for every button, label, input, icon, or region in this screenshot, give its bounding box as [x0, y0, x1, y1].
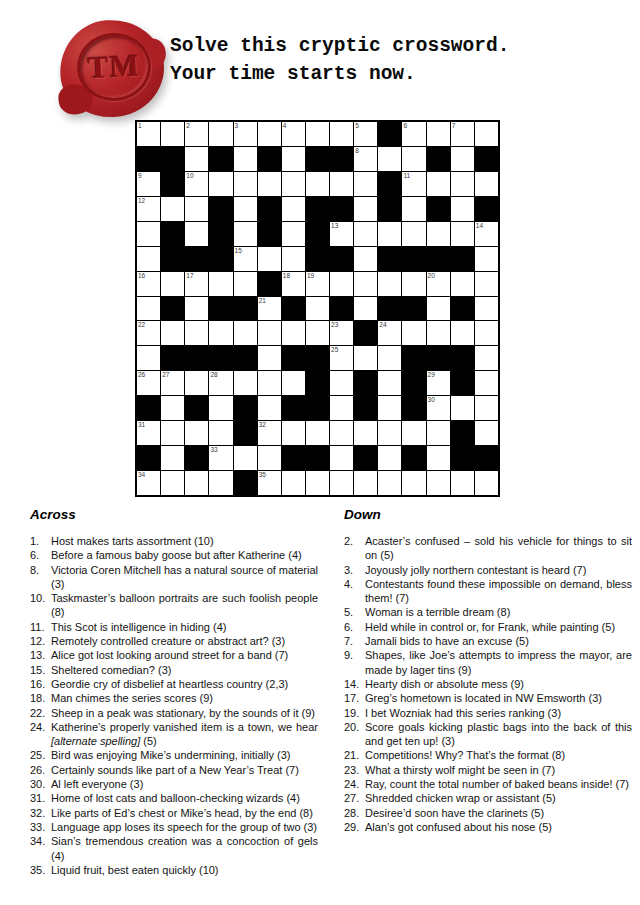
grid-cell-black: [306, 247, 329, 271]
grid-cell[interactable]: [282, 321, 305, 345]
grid-cell[interactable]: [330, 122, 353, 146]
clue-text: What a thirsty wolf might be seen in (7): [365, 763, 632, 777]
grid-cell[interactable]: [161, 272, 184, 296]
grid-cell[interactable]: [258, 122, 281, 146]
grid-cell-black: [451, 371, 474, 395]
grid-cell[interactable]: [354, 197, 377, 221]
grid-cell[interactable]: [234, 147, 257, 171]
clue-text: Host makes tarts assortment (10): [51, 534, 318, 548]
cell-number-label: 2: [186, 122, 190, 130]
clue-item: 15.Sheltered comedian? (3): [30, 663, 318, 677]
grid-cell[interactable]: [475, 371, 498, 395]
grid-cell-black: [258, 147, 281, 171]
clue-item: 19.I bet Wozniak had this series ranking…: [344, 706, 632, 720]
grid-cell[interactable]: 12: [137, 197, 160, 221]
grid-cell[interactable]: 22: [137, 321, 160, 345]
grid-cell[interactable]: [306, 471, 329, 495]
cell-number-label: 4: [283, 122, 287, 130]
grid-cell[interactable]: [258, 247, 281, 271]
grid-cell[interactable]: [185, 421, 208, 445]
grid-cell[interactable]: 6: [402, 122, 425, 146]
clue-text: Before a famous baby goose but after Kat…: [51, 548, 318, 562]
grid-cell-black: [234, 297, 257, 321]
clue-number: 28.: [344, 806, 365, 820]
clue-item: 10.Taskmaster’s balloon portraits are su…: [30, 591, 318, 620]
clue-text: Woman is a terrible dream (8): [365, 605, 632, 619]
clue-text: Acaster’s confused – sold his vehicle fo…: [365, 534, 632, 563]
grid-cell-black: [161, 247, 184, 271]
grid-cell[interactable]: 15: [234, 247, 257, 271]
grid-cell[interactable]: [475, 247, 498, 271]
grid-cell[interactable]: [330, 421, 353, 445]
grid-cell[interactable]: 18: [282, 272, 305, 296]
grid-cell[interactable]: [137, 346, 160, 370]
clue-item: 29.Alan’s got confused about his nose (5…: [344, 820, 632, 834]
clue-text: Language app loses its speech for the gr…: [51, 820, 318, 834]
grid-cell[interactable]: [354, 471, 377, 495]
grid-cell[interactable]: [209, 172, 232, 196]
grid-cell-black: [234, 346, 257, 370]
grid-cell[interactable]: [234, 197, 257, 221]
grid-cell[interactable]: [137, 247, 160, 271]
clue-item: 25.Bird was enjoying Mike’s undermining,…: [30, 748, 318, 762]
grid-cell[interactable]: [258, 321, 281, 345]
grid-cell[interactable]: 13: [330, 222, 353, 246]
grid-cell[interactable]: [378, 471, 401, 495]
grid-cell[interactable]: [185, 371, 208, 395]
grid-cell[interactable]: [137, 222, 160, 246]
grid-cell[interactable]: 17: [185, 272, 208, 296]
grid-cell[interactable]: [209, 421, 232, 445]
grid-cell[interactable]: [378, 396, 401, 420]
clue-text: Alan’s got confused about his nose (5): [365, 820, 632, 834]
grid-cell[interactable]: 31: [137, 421, 160, 445]
grid-cell-black: [185, 346, 208, 370]
grid-cell-black: [306, 446, 329, 470]
grid-cell-black: [161, 172, 184, 196]
clue-text: Hearty dish or absolute mess (9): [365, 677, 632, 691]
grid-cell[interactable]: [402, 272, 425, 296]
clue-item: 8.Victoria Coren Mitchell has a natural …: [30, 563, 318, 592]
cell-number-label: 33: [210, 446, 217, 454]
grid-cell-black: [354, 321, 377, 345]
clue-number: 19.: [344, 706, 365, 720]
grid-cell[interactable]: 29: [427, 371, 450, 395]
clue-text: Sian’s tremendous creation was a concoct…: [51, 834, 318, 863]
clue-number: 9.: [344, 648, 365, 677]
grid-cell-black: [427, 197, 450, 221]
grid-cell[interactable]: [402, 321, 425, 345]
down-heading: Down: [344, 507, 632, 522]
clue-item: 18.Man chimes the series scores (9): [30, 691, 318, 705]
grid-cell-black: [258, 197, 281, 221]
grid-cell[interactable]: [402, 421, 425, 445]
grid-cell[interactable]: [475, 321, 498, 345]
grid-cell-black: [306, 147, 329, 171]
grid-cell[interactable]: 9: [137, 172, 160, 196]
grid-cell[interactable]: [427, 222, 450, 246]
clue-item: 26.Certainly sounds like part of a New Y…: [30, 763, 318, 777]
cell-number-label: 16: [138, 272, 145, 280]
grid-cell[interactable]: [209, 471, 232, 495]
grid-cell[interactable]: [282, 197, 305, 221]
grid-cell-black: [282, 346, 305, 370]
page-title-line2: Your time starts now.: [170, 61, 509, 89]
grid-cell[interactable]: 33: [209, 446, 232, 470]
grid-cell[interactable]: [185, 297, 208, 321]
grid-cell[interactable]: [282, 371, 305, 395]
clue-number: 14.: [344, 677, 365, 691]
grid-cell[interactable]: [185, 197, 208, 221]
grid-cell-black: [258, 272, 281, 296]
grid-cell[interactable]: [354, 421, 377, 445]
clue-text: Held while in control or, for Frank, whi…: [365, 620, 632, 634]
grid-cell[interactable]: 35: [258, 471, 281, 495]
grid-cell[interactable]: [402, 197, 425, 221]
grid-cell-black: [475, 147, 498, 171]
clue-item: 14.Hearty dish or absolute mess (9): [344, 677, 632, 691]
cell-number-label: 10: [186, 172, 193, 180]
grid-cell[interactable]: 11: [402, 172, 425, 196]
grid-cell[interactable]: [185, 147, 208, 171]
grid-cell[interactable]: 10: [185, 172, 208, 196]
cell-number-label: 17: [186, 272, 193, 280]
grid-cell[interactable]: [282, 172, 305, 196]
grid-cell[interactable]: [427, 321, 450, 345]
clue-item: 21.Competitions! Why? That’s the format …: [344, 748, 632, 762]
grid-cell[interactable]: [451, 272, 474, 296]
grid-cell[interactable]: 16: [137, 272, 160, 296]
clue-item: 2.Acaster’s confused – sold his vehicle …: [344, 534, 632, 563]
grid-cell[interactable]: [330, 396, 353, 420]
grid-cell[interactable]: [161, 471, 184, 495]
grid-cell[interactable]: 24: [378, 321, 401, 345]
grid-cell-black: [378, 247, 401, 271]
clue-number: 5.: [344, 605, 365, 619]
grid-cell[interactable]: [378, 222, 401, 246]
clue-text: Taskmaster’s balloon portraits are such …: [51, 591, 318, 620]
grid-cell-black: [354, 371, 377, 395]
grid-cell[interactable]: [161, 446, 184, 470]
clue-number: 2.: [344, 534, 365, 563]
cell-number-label: 22: [138, 321, 145, 329]
grid-cell[interactable]: [354, 297, 377, 321]
grid-cell[interactable]: [185, 321, 208, 345]
grid-cell[interactable]: [378, 446, 401, 470]
grid-cell[interactable]: [282, 247, 305, 271]
grid-cell-black: [234, 421, 257, 445]
grid-cell[interactable]: 28: [209, 371, 232, 395]
grid-cell[interactable]: 23: [330, 321, 353, 345]
grid-cell-black: [451, 421, 474, 445]
cell-number-label: 31: [138, 421, 145, 429]
grid-cell[interactable]: [378, 421, 401, 445]
clue-number: 26.: [30, 763, 51, 777]
grid-cell-black: [451, 346, 474, 370]
page-title-line1: Solve this cryptic crossword.: [170, 33, 509, 61]
grid-cell[interactable]: 14: [475, 222, 498, 246]
grid-cell[interactable]: [475, 471, 498, 495]
across-clues-column: Across 1.Host makes tarts assortment (10…: [30, 507, 318, 877]
clue-text: Man chimes the series scores (9): [51, 691, 318, 705]
grid-cell[interactable]: [330, 172, 353, 196]
down-clue-list: 2.Acaster’s confused – sold his vehicle …: [344, 534, 632, 834]
grid-cell-black: [475, 197, 498, 221]
grid-cell[interactable]: [161, 321, 184, 345]
grid-cell-black: [306, 371, 329, 395]
grid-cell[interactable]: [185, 222, 208, 246]
grid-cell-black: [161, 147, 184, 171]
grid-cell[interactable]: [427, 122, 450, 146]
cell-number-label: 26: [138, 371, 145, 379]
clue-number: 25.: [30, 748, 51, 762]
grid-cell-black: [427, 247, 450, 271]
grid-cell[interactable]: 1: [137, 122, 160, 146]
grid-cell[interactable]: [185, 471, 208, 495]
clue-item: 24.Ray, count the total number of baked …: [344, 777, 632, 791]
grid-cell-black: [161, 346, 184, 370]
clue-item: 23.What a thirsty wolf might be seen in …: [344, 763, 632, 777]
clue-number: 31.: [30, 791, 51, 805]
cell-number-label: 6: [403, 122, 407, 130]
across-clue-list: 1.Host makes tarts assortment (10)6.Befo…: [30, 534, 318, 877]
clue-text: Al left everyone (3): [51, 777, 318, 791]
grid-cell-black: [402, 396, 425, 420]
grid-cell[interactable]: [258, 396, 281, 420]
grid-cell[interactable]: [234, 172, 257, 196]
grid-cell[interactable]: [234, 222, 257, 246]
grid-cell[interactable]: [258, 446, 281, 470]
grid-cell[interactable]: [402, 222, 425, 246]
clue-item: 17.Greg’s hometown is located in NW Emsw…: [344, 691, 632, 705]
clue-number: 20.: [344, 720, 365, 749]
grid-cell[interactable]: [451, 321, 474, 345]
cell-number-label: 1: [138, 122, 142, 130]
cell-number-label: 3: [235, 122, 239, 130]
grid-cell[interactable]: [282, 471, 305, 495]
grid-cell[interactable]: [306, 122, 329, 146]
grid-cell[interactable]: [475, 346, 498, 370]
grid-cell-black: [185, 446, 208, 470]
grid-cell[interactable]: [402, 147, 425, 171]
grid-cell[interactable]: 8: [354, 147, 377, 171]
grid-cell[interactable]: [475, 272, 498, 296]
grid-cell[interactable]: [354, 346, 377, 370]
grid-cell[interactable]: [306, 172, 329, 196]
grid-cell[interactable]: [427, 421, 450, 445]
grid-cell-black: [209, 197, 232, 221]
grid-cell-black: [234, 471, 257, 495]
cell-number-label: 12: [138, 197, 145, 205]
clue-number: 3.: [344, 563, 365, 577]
grid-cell[interactable]: [475, 122, 498, 146]
grid-cell-black: [402, 297, 425, 321]
grid-cell[interactable]: 30: [427, 396, 450, 420]
down-clues-column: Down 2.Acaster’s confused – sold his veh…: [344, 507, 632, 877]
cell-number-label: 14: [476, 222, 483, 230]
grid-cell[interactable]: 3: [234, 122, 257, 146]
grid-cell[interactable]: 4: [282, 122, 305, 146]
grid-cell[interactable]: [451, 396, 474, 420]
grid-cell[interactable]: [354, 272, 377, 296]
grid-cell[interactable]: 7: [451, 122, 474, 146]
grid-cell[interactable]: [282, 222, 305, 246]
grid-cell[interactable]: [378, 272, 401, 296]
clue-item: 31.Home of lost cats and balloon-checkin…: [30, 791, 318, 805]
grid-cell[interactable]: 2: [185, 122, 208, 146]
clue-text: Shredded chicken wrap or assistant (5): [365, 791, 632, 805]
cell-number-label: 18: [283, 272, 290, 280]
clue-text: Shapes, like Joe’s attempts to impress t…: [365, 648, 632, 677]
grid-cell[interactable]: [451, 222, 474, 246]
grid-cell[interactable]: [282, 421, 305, 445]
grid-cell[interactable]: [209, 272, 232, 296]
grid-cell[interactable]: [330, 272, 353, 296]
clue-number: 34.: [30, 834, 51, 863]
grid-cell[interactable]: [161, 421, 184, 445]
grid-cell[interactable]: [306, 321, 329, 345]
grid-cell[interactable]: 5: [354, 122, 377, 146]
grid-cell[interactable]: [330, 471, 353, 495]
grid-cell-black: [209, 346, 232, 370]
grid-cell-black: [209, 247, 232, 271]
grid-cell[interactable]: [330, 446, 353, 470]
grid-cell[interactable]: 27: [161, 371, 184, 395]
grid-cell[interactable]: [306, 297, 329, 321]
grid-cell[interactable]: 26: [137, 371, 160, 395]
clue-number: 6.: [344, 620, 365, 634]
cell-number-label: 29: [428, 371, 435, 379]
clue-number: 6.: [30, 548, 51, 562]
grid-cell[interactable]: [378, 371, 401, 395]
cell-number-label: 7: [452, 122, 456, 130]
clue-number: 32.: [30, 806, 51, 820]
grid-cell[interactable]: [258, 371, 281, 395]
grid-cell[interactable]: 21: [258, 297, 281, 321]
grid-cell[interactable]: [451, 197, 474, 221]
cell-number-label: 8: [355, 147, 359, 155]
grid-cell[interactable]: [258, 346, 281, 370]
clue-item: 33.Language app loses its speech for the…: [30, 820, 318, 834]
clue-number: 8.: [30, 563, 51, 592]
grid-cell[interactable]: 32: [258, 421, 281, 445]
grid-cell[interactable]: [234, 446, 257, 470]
grid-cell[interactable]: [451, 172, 474, 196]
clue-item: 4.Contestants found these impossible on …: [344, 577, 632, 606]
grid-cell-black: [306, 346, 329, 370]
grid-cell-black: [451, 297, 474, 321]
clue-number: 22.: [30, 706, 51, 720]
grid-cell[interactable]: [258, 172, 281, 196]
grid-cell[interactable]: [354, 172, 377, 196]
grid-cell[interactable]: [209, 122, 232, 146]
clue-item: 27.Shredded chicken wrap or assistant (5…: [344, 791, 632, 805]
cell-number-label: 35: [259, 471, 266, 479]
clue-text: Alice got lost looking around street for…: [51, 648, 318, 662]
grid-cell[interactable]: [234, 371, 257, 395]
clue-number: 11.: [30, 620, 51, 634]
grid-cell[interactable]: [475, 172, 498, 196]
grid-cell[interactable]: [451, 471, 474, 495]
clue-item: 5.Woman is a terrible dream (8): [344, 605, 632, 619]
grid-cell[interactable]: [137, 297, 160, 321]
grid-cell[interactable]: [161, 122, 184, 146]
grid-cell[interactable]: [475, 421, 498, 445]
grid-cell[interactable]: [234, 272, 257, 296]
clue-text: Certainly sounds like part of a New Year…: [51, 763, 318, 777]
clue-item: 9.Shapes, like Joe’s attempts to impress…: [344, 648, 632, 677]
cell-number-label: 23: [331, 321, 338, 329]
clue-item: 6.Before a famous baby goose but after K…: [30, 548, 318, 562]
clue-number: 4.: [344, 577, 365, 606]
grid-cell[interactable]: [475, 396, 498, 420]
clue-item: 1.Host makes tarts assortment (10): [30, 534, 318, 548]
cell-number-label: 28: [210, 371, 217, 379]
crossword-grid: 1234567891011121314151617181920212223242…: [135, 120, 500, 497]
grid-cell-black: [209, 222, 232, 246]
grid-cell[interactable]: [234, 321, 257, 345]
grid-cell[interactable]: [475, 297, 498, 321]
grid-cell[interactable]: [161, 197, 184, 221]
grid-cell[interactable]: [427, 172, 450, 196]
grid-cell[interactable]: [354, 222, 377, 246]
grid-cell[interactable]: 25: [330, 346, 353, 370]
grid-cell-black: [354, 446, 377, 470]
clue-text: Joyously jolly northern contestant is he…: [365, 563, 632, 577]
grid-cell[interactable]: 34: [137, 471, 160, 495]
grid-cell[interactable]: [330, 371, 353, 395]
grid-cell[interactable]: [161, 396, 184, 420]
clue-text: Home of lost cats and balloon-checking w…: [51, 791, 318, 805]
clue-number: 13.: [30, 648, 51, 662]
clue-number: 29.: [344, 820, 365, 834]
clue-item: 12.Remotely controlled creature or abstr…: [30, 634, 318, 648]
grid-cell[interactable]: [451, 147, 474, 171]
grid-cell[interactable]: 20: [427, 272, 450, 296]
grid-cell[interactable]: [402, 471, 425, 495]
cell-number-label: 15: [235, 247, 242, 255]
clue-number: 27.: [344, 791, 365, 805]
grid-cell[interactable]: [209, 396, 232, 420]
cell-number-label: 24: [379, 321, 386, 329]
grid-cell[interactable]: [378, 346, 401, 370]
grid-cell-black: [209, 297, 232, 321]
grid-cell[interactable]: 19: [306, 272, 329, 296]
grid-cell[interactable]: [427, 446, 450, 470]
grid-cell[interactable]: [354, 247, 377, 271]
grid-cell[interactable]: [427, 471, 450, 495]
grid-cell[interactable]: [378, 147, 401, 171]
grid-cell-black: [402, 371, 425, 395]
clue-item: 20.Score goals kicking plastic bags into…: [344, 720, 632, 749]
grid-cell-black: [161, 222, 184, 246]
clue-text: Greg’s hometown is located in NW Emswort…: [365, 691, 632, 705]
clue-text: Liquid fruit, best eaten quickly (10): [51, 863, 318, 877]
clue-number: 7.: [344, 634, 365, 648]
grid-cell[interactable]: [282, 147, 305, 171]
clue-text: Victoria Coren Mitchell has a natural so…: [51, 563, 318, 592]
clue-text: Ray, count the total number of baked bea…: [365, 777, 632, 791]
grid-cell-black: [137, 446, 160, 470]
clue-text: Geordie cry of disbelief at heartless co…: [51, 677, 318, 691]
grid-cell-black: [475, 446, 498, 470]
clue-number: 1.: [30, 534, 51, 548]
clue-text: Katherine’s properly vanished item is a …: [51, 720, 318, 749]
grid-cell[interactable]: [427, 297, 450, 321]
grid-cell-black: [137, 147, 160, 171]
grid-cell[interactable]: [209, 321, 232, 345]
grid-cell[interactable]: [306, 421, 329, 445]
